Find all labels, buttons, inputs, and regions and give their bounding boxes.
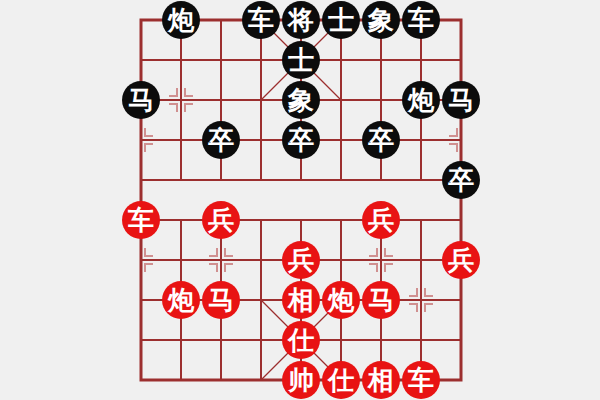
piece-black-horse[interactable]: 马 [122,81,160,119]
square-f4-r3: 卒 [281,120,321,160]
xiangqi-board[interactable]: 炮车将士象车士马象炮马卒卒卒卒车兵兵兵兵炮马相炮马仕帅仕相车 [121,0,481,400]
piece-black-advisor[interactable]: 士 [282,41,320,79]
piece-red-elephant[interactable]: 相 [282,281,320,319]
square-f4-r6: 兵 [281,240,321,280]
piece-red-horse[interactable]: 马 [202,281,240,319]
piece-red-advisor[interactable]: 仕 [322,361,360,399]
piece-black-cannon[interactable]: 炮 [402,81,440,119]
square-f0-r5: 车 [121,200,161,240]
square-f4-r7: 相 [281,280,321,320]
piece-red-elephant[interactable]: 相 [362,361,400,399]
piece-red-general[interactable]: 帅 [282,361,320,399]
piece-red-horse[interactable]: 马 [362,281,400,319]
square-f6-r7: 马 [361,280,401,320]
square-f3-r0: 车 [241,0,281,40]
piece-black-horse[interactable]: 马 [442,81,480,119]
piece-red-cannon[interactable]: 炮 [162,281,200,319]
square-f8-r2: 马 [441,80,481,120]
piece-black-soldier[interactable]: 卒 [202,121,240,159]
piece-black-cannon[interactable]: 炮 [162,1,200,39]
square-f4-r2: 象 [281,80,321,120]
square-f6-r9: 相 [361,360,401,400]
square-f7-r0: 车 [401,0,441,40]
square-f4-r8: 仕 [281,320,321,360]
square-f7-r2: 炮 [401,80,441,120]
piece-red-advisor[interactable]: 仕 [282,321,320,359]
piece-black-elephant[interactable]: 象 [282,81,320,119]
square-f8-r4: 卒 [441,160,481,200]
square-f2-r7: 马 [201,280,241,320]
piece-red-cannon[interactable]: 炮 [322,281,360,319]
piece-black-elephant[interactable]: 象 [362,1,400,39]
square-f4-r0: 将 [281,0,321,40]
square-f5-r7: 炮 [321,280,361,320]
piece-black-soldier[interactable]: 卒 [362,121,400,159]
square-f2-r3: 卒 [201,120,241,160]
piece-black-chariot[interactable]: 车 [242,1,280,39]
square-f6-r0: 象 [361,0,401,40]
piece-red-soldier[interactable]: 兵 [282,241,320,279]
piece-black-chariot[interactable]: 车 [402,1,440,39]
piece-red-chariot[interactable]: 车 [402,361,440,399]
piece-red-soldier[interactable]: 兵 [442,241,480,279]
square-f0-r2: 马 [121,80,161,120]
square-f2-r5: 兵 [201,200,241,240]
square-f5-r0: 士 [321,0,361,40]
square-f1-r7: 炮 [161,280,201,320]
piece-black-soldier[interactable]: 卒 [442,161,480,199]
piece-red-soldier[interactable]: 兵 [362,201,400,239]
square-f4-r1: 士 [281,40,321,80]
square-f1-r0: 炮 [161,0,201,40]
square-f4-r9: 帅 [281,360,321,400]
square-f7-r9: 车 [401,360,441,400]
square-f6-r3: 卒 [361,120,401,160]
piece-layer: 炮车将士象车士马象炮马卒卒卒卒车兵兵兵兵炮马相炮马仕帅仕相车 [121,0,481,400]
square-f5-r9: 仕 [321,360,361,400]
square-f6-r5: 兵 [361,200,401,240]
piece-black-soldier[interactable]: 卒 [282,121,320,159]
xiangqi-app-window: 炮车将士象车士马象炮马卒卒卒卒车兵兵兵兵炮马相炮马仕帅仕相车 [0,0,600,400]
piece-black-advisor[interactable]: 士 [322,1,360,39]
piece-red-soldier[interactable]: 兵 [202,201,240,239]
piece-red-chariot[interactable]: 车 [122,201,160,239]
piece-black-general[interactable]: 将 [282,1,320,39]
square-f8-r6: 兵 [441,240,481,280]
